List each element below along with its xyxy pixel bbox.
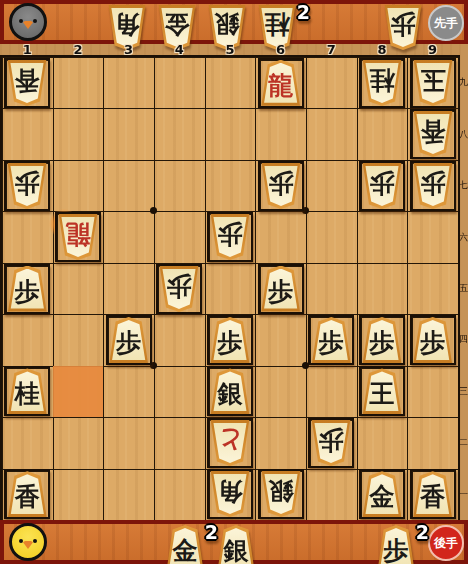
captured-count: 2	[416, 521, 429, 543]
file-label-1: 1	[2, 42, 53, 57]
square-3九[interactable]	[103, 57, 154, 108]
file-label-9: 9	[407, 42, 458, 57]
square-1六[interactable]	[2, 211, 53, 262]
rank-label-九: 九	[459, 57, 468, 108]
piece-kanji: 歩	[116, 325, 141, 355]
piece-sente-lance-1九[interactable]: 香	[6, 60, 48, 106]
square-5七[interactable]	[205, 160, 256, 211]
piece-sente-lance-9八[interactable]: 香	[412, 111, 454, 157]
square-2七[interactable]	[53, 160, 104, 211]
square-1二[interactable]	[2, 417, 53, 468]
captured-count: 2	[297, 1, 310, 23]
rank-labels: 九八七六五四三二一	[459, 57, 468, 520]
piece-kanji: 金	[370, 479, 395, 509]
sente-badge: 先手	[428, 5, 464, 41]
piece-kanji: 歩	[370, 325, 395, 355]
piece-sente-bishop-5一[interactable]: 角	[209, 471, 251, 517]
avatar-beak-icon	[23, 21, 33, 29]
piece-kanji: 玉	[420, 68, 445, 98]
square-4三[interactable]	[154, 366, 205, 417]
square-2八[interactable]	[53, 108, 104, 159]
piece-sente-pawn-6七[interactable]: 歩	[260, 163, 302, 209]
piece-sente-silver-6一[interactable]: 銀	[260, 471, 302, 517]
piece-kanji: 桂	[15, 376, 40, 406]
piece-gote-pawn-3四[interactable]: 歩	[108, 317, 150, 363]
file-label-4: 4	[154, 42, 205, 57]
piece-sente-knight-8九[interactable]: 桂	[361, 60, 403, 106]
piece-kanji: 歩	[15, 171, 40, 201]
piece-kanji: 歩	[319, 325, 344, 355]
piece-gote-dragon-6九[interactable]: 龍	[260, 60, 302, 106]
square-3一[interactable]	[103, 469, 154, 520]
avatar-eye	[33, 539, 37, 543]
piece-sente-dragon-2六[interactable]: 龍	[57, 214, 99, 260]
piece-gote-silver[interactable]: 銀	[216, 525, 256, 564]
square-8二[interactable]	[357, 417, 408, 468]
avatar-beak-icon	[23, 541, 33, 549]
square-2二[interactable]	[53, 417, 104, 468]
square-3二[interactable]	[103, 417, 154, 468]
square-3三[interactable]	[103, 366, 154, 417]
piece-kanji: 銀	[218, 376, 243, 406]
square-2四[interactable]	[53, 314, 104, 365]
piece-gote-knight-1三[interactable]: 桂	[6, 368, 48, 414]
piece-sente-tokin-5二[interactable]: と	[209, 420, 251, 466]
piece-gote-king-8三[interactable]: 王	[361, 368, 403, 414]
piece-kanji: 桂	[370, 68, 395, 98]
piece-kanji: 銀	[268, 479, 293, 509]
star-point	[150, 362, 157, 369]
square-7三[interactable]	[306, 366, 357, 417]
rank-label-八: 八	[459, 108, 468, 159]
square-7八[interactable]	[306, 108, 357, 159]
square-7一[interactable]	[306, 469, 357, 520]
avatar-eye	[19, 539, 23, 543]
square-7七[interactable]	[306, 160, 357, 211]
rank-label-四: 四	[459, 314, 468, 365]
piece-kanji: 龍	[268, 68, 293, 98]
square-4六[interactable]	[154, 211, 205, 262]
piece-kanji: 桂	[265, 13, 290, 43]
piece-kanji: 歩	[420, 171, 445, 201]
piece-kanji: 香	[420, 479, 445, 509]
square-9五[interactable]	[407, 263, 458, 314]
piece-kanji: 歩	[370, 171, 395, 201]
square-2五[interactable]	[53, 263, 104, 314]
piece-gote-pawn-7四[interactable]: 歩	[310, 317, 352, 363]
square-2九[interactable]	[53, 57, 104, 108]
square-5五[interactable]	[205, 263, 256, 314]
top-player-avatar	[9, 3, 47, 41]
piece-kanji: 香	[420, 119, 445, 149]
piece-kanji: 歩	[218, 325, 243, 355]
bottom-player-bar: 後手 金2銀歩2	[0, 520, 468, 564]
square-4九[interactable]	[154, 57, 205, 108]
file-labels: 123456789	[2, 42, 458, 57]
rank-label-一: 一	[459, 469, 468, 520]
rank-label-二: 二	[459, 417, 468, 468]
piece-kanji: 歩	[218, 222, 243, 252]
piece-kanji: 角	[115, 13, 140, 43]
square-8五[interactable]	[357, 263, 408, 314]
star-point	[302, 362, 309, 369]
file-label-3: 3	[103, 42, 154, 57]
piece-sente-pawn-7二[interactable]: 歩	[310, 420, 352, 466]
piece-kanji: 香	[15, 479, 40, 509]
piece-gote-gold-8一[interactable]: 金	[361, 471, 403, 517]
square-6八[interactable]	[255, 108, 306, 159]
square-7九[interactable]	[306, 57, 357, 108]
file-label-7: 7	[306, 42, 357, 57]
file-label-6: 6	[255, 42, 306, 57]
piece-sente-pawn-1七[interactable]: 歩	[6, 163, 48, 209]
square-3七[interactable]	[103, 160, 154, 211]
piece-kanji: 歩	[420, 325, 445, 355]
piece-kanji: 歩	[167, 274, 192, 304]
square-4七[interactable]	[154, 160, 205, 211]
piece-gote-pawn-6五[interactable]: 歩	[260, 266, 302, 312]
avatar-eye	[19, 19, 23, 23]
square-9六[interactable]	[407, 211, 458, 262]
square-9三[interactable]	[407, 366, 458, 417]
square-3六[interactable]	[103, 211, 154, 262]
piece-gote-lance-9一[interactable]: 香	[412, 471, 454, 517]
rank-label-三: 三	[459, 366, 468, 417]
piece-kanji: 歩	[384, 533, 409, 563]
piece-sente-king-9九[interactable]: 玉	[412, 60, 454, 106]
file-label-8: 8	[357, 42, 408, 57]
square-6四[interactable]	[255, 314, 306, 365]
piece-kanji: 龍	[66, 222, 91, 252]
square-1四[interactable]	[2, 314, 53, 365]
piece-gote-pawn-1五[interactable]: 歩	[6, 266, 48, 312]
rank-label-六: 六	[459, 211, 468, 262]
piece-gote-pawn-9四[interactable]: 歩	[412, 317, 454, 363]
square-6六[interactable]	[255, 211, 306, 262]
piece-gote-gold[interactable]: 金2	[165, 525, 205, 564]
square-5八[interactable]	[205, 108, 256, 159]
piece-kanji: 金	[173, 533, 198, 563]
piece-kanji: 歩	[268, 274, 293, 304]
piece-gote-pawn-5四[interactable]: 歩	[209, 317, 251, 363]
square-4一[interactable]	[154, 469, 205, 520]
square-2一[interactable]	[53, 469, 104, 520]
square-4四[interactable]	[154, 314, 205, 365]
square-8六[interactable]	[357, 211, 408, 262]
shogi-app-screen: 先手 角金銀桂2歩 123456789 香龍桂玉香歩歩歩歩龍歩歩歩歩歩歩歩歩歩桂…	[0, 0, 468, 564]
last-move-from-highlight[interactable]	[53, 366, 104, 417]
piece-kanji: 香	[15, 68, 40, 98]
bottom-player-avatar	[9, 523, 47, 561]
square-9二[interactable]	[407, 417, 458, 468]
piece-kanji: 歩	[268, 171, 293, 201]
piece-sente-pawn-5六[interactable]: 歩	[209, 214, 251, 260]
piece-gote-silver-5三[interactable]: 銀	[209, 368, 251, 414]
piece-gote-pawn[interactable]: 歩2	[376, 525, 416, 564]
square-4二[interactable]	[154, 417, 205, 468]
piece-kanji: 歩	[319, 428, 344, 458]
piece-sente-pawn-4五[interactable]: 歩	[158, 266, 200, 312]
square-7六[interactable]	[306, 211, 357, 262]
piece-kanji: 金	[165, 13, 190, 43]
piece-kanji: 王	[370, 376, 395, 406]
top-player-bar: 先手 角金銀桂2歩	[0, 0, 468, 44]
square-7五[interactable]	[306, 263, 357, 314]
piece-sente-pawn-9七[interactable]: 歩	[412, 163, 454, 209]
rank-label-七: 七	[459, 160, 468, 211]
square-5九[interactable]	[205, 57, 256, 108]
file-label-2: 2	[53, 42, 104, 57]
square-8八[interactable]	[357, 108, 408, 159]
piece-kanji: 歩	[391, 13, 416, 43]
piece-kanji: 銀	[215, 13, 240, 43]
piece-sente-pawn-8七[interactable]: 歩	[361, 163, 403, 209]
piece-kanji: 銀	[224, 533, 249, 563]
piece-gote-lance-1一[interactable]: 香	[6, 471, 48, 517]
gote-badge: 後手	[428, 525, 464, 561]
square-3八[interactable]	[103, 108, 154, 159]
square-6三[interactable]	[255, 366, 306, 417]
avatar-eye	[33, 19, 37, 23]
piece-gote-pawn-8四[interactable]: 歩	[361, 317, 403, 363]
shogi-board: 香龍桂玉香歩歩歩歩龍歩歩歩歩歩歩歩歩歩桂銀王と歩香角銀金香	[2, 57, 458, 520]
piece-kanji: 歩	[15, 274, 40, 304]
square-6二[interactable]	[255, 417, 306, 468]
square-1八[interactable]	[2, 108, 53, 159]
square-4八[interactable]	[154, 108, 205, 159]
piece-kanji: 角	[218, 479, 243, 509]
file-label-5: 5	[205, 42, 256, 57]
rank-label-五: 五	[459, 263, 468, 314]
piece-kanji: と	[217, 428, 243, 458]
square-3五[interactable]	[103, 263, 154, 314]
